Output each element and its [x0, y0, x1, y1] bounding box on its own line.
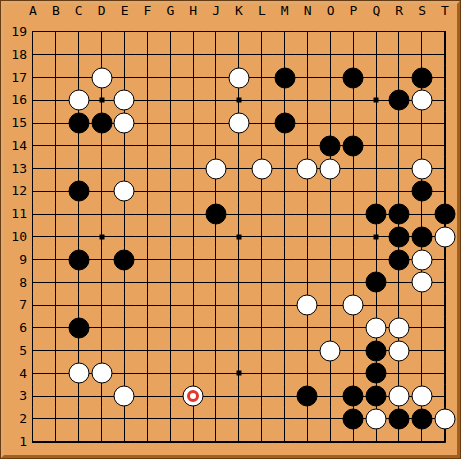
intersection-G4[interactable] — [159, 362, 182, 385]
intersection-D19[interactable] — [90, 21, 113, 44]
intersection-T11[interactable] — [433, 203, 456, 226]
intersection-O6[interactable] — [319, 317, 342, 340]
intersection-K5[interactable] — [227, 339, 250, 362]
intersection-H6[interactable] — [182, 317, 205, 340]
intersection-L5[interactable] — [250, 339, 273, 362]
intersection-J2[interactable] — [205, 408, 228, 431]
intersection-D5[interactable] — [90, 339, 113, 362]
intersection-F14[interactable] — [136, 134, 159, 157]
intersection-J8[interactable] — [205, 271, 228, 294]
intersection-B12[interactable] — [44, 180, 67, 203]
intersection-O5[interactable] — [319, 339, 342, 362]
intersection-C4[interactable] — [67, 362, 90, 385]
intersection-F6[interactable] — [136, 317, 159, 340]
intersection-P16[interactable] — [342, 89, 365, 112]
intersection-F19[interactable] — [136, 21, 159, 44]
intersection-P13[interactable] — [342, 157, 365, 180]
intersection-M10[interactable] — [273, 225, 296, 248]
intersection-R19[interactable] — [388, 21, 411, 44]
intersection-K6[interactable] — [227, 317, 250, 340]
intersection-B18[interactable] — [44, 43, 67, 66]
intersection-N11[interactable] — [296, 203, 319, 226]
intersection-B6[interactable] — [44, 317, 67, 340]
intersection-L8[interactable] — [250, 271, 273, 294]
intersection-L3[interactable] — [250, 385, 273, 408]
intersection-E4[interactable] — [113, 362, 136, 385]
intersection-C11[interactable] — [67, 203, 90, 226]
intersection-M12[interactable] — [273, 180, 296, 203]
intersection-S12[interactable] — [410, 180, 433, 203]
intersection-T12[interactable] — [433, 180, 456, 203]
intersection-L10[interactable] — [250, 225, 273, 248]
intersection-B10[interactable] — [44, 225, 67, 248]
intersection-R17[interactable] — [388, 66, 411, 89]
intersection-S6[interactable] — [410, 317, 433, 340]
intersection-F17[interactable] — [136, 66, 159, 89]
intersection-R7[interactable] — [388, 294, 411, 317]
intersection-R13[interactable] — [388, 157, 411, 180]
intersection-E9[interactable] — [113, 248, 136, 271]
intersection-N1[interactable] — [296, 430, 319, 453]
intersection-G11[interactable] — [159, 203, 182, 226]
intersection-J1[interactable] — [205, 430, 228, 453]
intersection-H17[interactable] — [182, 66, 205, 89]
intersection-M7[interactable] — [273, 294, 296, 317]
intersection-Q4[interactable] — [365, 362, 388, 385]
intersection-R14[interactable] — [388, 134, 411, 157]
intersection-C8[interactable] — [67, 271, 90, 294]
intersection-N7[interactable] — [296, 294, 319, 317]
intersection-D15[interactable] — [90, 112, 113, 135]
intersection-S18[interactable] — [410, 43, 433, 66]
intersection-J13[interactable] — [205, 157, 228, 180]
intersection-J3[interactable] — [205, 385, 228, 408]
intersection-G10[interactable] — [159, 225, 182, 248]
intersection-J17[interactable] — [205, 66, 228, 89]
intersection-P14[interactable] — [342, 134, 365, 157]
intersection-C19[interactable] — [67, 21, 90, 44]
intersection-B1[interactable] — [44, 430, 67, 453]
intersection-R2[interactable] — [388, 408, 411, 431]
intersection-J11[interactable] — [205, 203, 228, 226]
intersection-S7[interactable] — [410, 294, 433, 317]
intersection-C1[interactable] — [67, 430, 90, 453]
intersection-T7[interactable] — [433, 294, 456, 317]
intersection-P12[interactable] — [342, 180, 365, 203]
intersection-O12[interactable] — [319, 180, 342, 203]
intersection-Q6[interactable] — [365, 317, 388, 340]
intersection-K14[interactable] — [227, 134, 250, 157]
intersection-O11[interactable] — [319, 203, 342, 226]
intersection-C15[interactable] — [67, 112, 90, 135]
intersection-N6[interactable] — [296, 317, 319, 340]
intersection-S10[interactable] — [410, 225, 433, 248]
intersection-S3[interactable] — [410, 385, 433, 408]
intersection-L13[interactable] — [250, 157, 273, 180]
intersection-J7[interactable] — [205, 294, 228, 317]
intersection-E13[interactable] — [113, 157, 136, 180]
intersection-O8[interactable] — [319, 271, 342, 294]
intersection-J9[interactable] — [205, 248, 228, 271]
intersection-P4[interactable] — [342, 362, 365, 385]
intersection-D18[interactable] — [90, 43, 113, 66]
intersection-R9[interactable] — [388, 248, 411, 271]
intersection-K17[interactable] — [227, 66, 250, 89]
intersection-C13[interactable] — [67, 157, 90, 180]
intersection-N18[interactable] — [296, 43, 319, 66]
intersection-D10[interactable] — [90, 225, 113, 248]
intersection-B3[interactable] — [44, 385, 67, 408]
intersection-E2[interactable] — [113, 408, 136, 431]
intersection-P2[interactable] — [342, 408, 365, 431]
intersection-T5[interactable] — [433, 339, 456, 362]
intersection-B17[interactable] — [44, 66, 67, 89]
intersection-L18[interactable] — [250, 43, 273, 66]
intersection-O3[interactable] — [319, 385, 342, 408]
intersection-B2[interactable] — [44, 408, 67, 431]
intersection-H11[interactable] — [182, 203, 205, 226]
intersection-T10[interactable] — [433, 225, 456, 248]
intersection-D17[interactable] — [90, 66, 113, 89]
intersection-G12[interactable] — [159, 180, 182, 203]
intersection-S1[interactable] — [410, 430, 433, 453]
intersection-D1[interactable] — [90, 430, 113, 453]
intersection-G16[interactable] — [159, 89, 182, 112]
intersection-Q3[interactable] — [365, 385, 388, 408]
intersection-H5[interactable] — [182, 339, 205, 362]
intersection-L7[interactable] — [250, 294, 273, 317]
intersection-E1[interactable] — [113, 430, 136, 453]
intersection-R5[interactable] — [388, 339, 411, 362]
intersection-N15[interactable] — [296, 112, 319, 135]
intersection-B4[interactable] — [44, 362, 67, 385]
intersection-R4[interactable] — [388, 362, 411, 385]
intersection-O4[interactable] — [319, 362, 342, 385]
intersection-D7[interactable] — [90, 294, 113, 317]
intersection-M14[interactable] — [273, 134, 296, 157]
intersection-L2[interactable] — [250, 408, 273, 431]
intersection-D4[interactable] — [90, 362, 113, 385]
intersection-O16[interactable] — [319, 89, 342, 112]
intersection-S5[interactable] — [410, 339, 433, 362]
intersection-T19[interactable] — [433, 21, 456, 44]
intersection-D8[interactable] — [90, 271, 113, 294]
intersection-Q19[interactable] — [365, 21, 388, 44]
intersection-O1[interactable] — [319, 430, 342, 453]
intersection-P15[interactable] — [342, 112, 365, 135]
intersection-H13[interactable] — [182, 157, 205, 180]
intersection-Q9[interactable] — [365, 248, 388, 271]
intersection-P9[interactable] — [342, 248, 365, 271]
intersection-N13[interactable] — [296, 157, 319, 180]
intersection-K1[interactable] — [227, 430, 250, 453]
intersection-N9[interactable] — [296, 248, 319, 271]
intersection-P8[interactable] — [342, 271, 365, 294]
intersection-J6[interactable] — [205, 317, 228, 340]
intersection-C3[interactable] — [67, 385, 90, 408]
intersection-P19[interactable] — [342, 21, 365, 44]
intersection-G2[interactable] — [159, 408, 182, 431]
intersection-M1[interactable] — [273, 430, 296, 453]
intersection-E16[interactable] — [113, 89, 136, 112]
intersection-K18[interactable] — [227, 43, 250, 66]
intersection-S19[interactable] — [410, 21, 433, 44]
intersection-F10[interactable] — [136, 225, 159, 248]
intersection-D11[interactable] — [90, 203, 113, 226]
intersection-J10[interactable] — [205, 225, 228, 248]
intersection-F1[interactable] — [136, 430, 159, 453]
intersection-R10[interactable] — [388, 225, 411, 248]
intersection-O2[interactable] — [319, 408, 342, 431]
intersection-S4[interactable] — [410, 362, 433, 385]
intersection-L1[interactable] — [250, 430, 273, 453]
intersection-S9[interactable] — [410, 248, 433, 271]
intersection-L19[interactable] — [250, 21, 273, 44]
intersection-J12[interactable] — [205, 180, 228, 203]
intersection-M18[interactable] — [273, 43, 296, 66]
intersection-M3[interactable] — [273, 385, 296, 408]
intersection-N17[interactable] — [296, 66, 319, 89]
intersection-O17[interactable] — [319, 66, 342, 89]
intersection-E15[interactable] — [113, 112, 136, 135]
intersection-O19[interactable] — [319, 21, 342, 44]
intersection-K7[interactable] — [227, 294, 250, 317]
intersection-F2[interactable] — [136, 408, 159, 431]
intersection-K4[interactable] — [227, 362, 250, 385]
intersection-T9[interactable] — [433, 248, 456, 271]
intersection-T1[interactable] — [433, 430, 456, 453]
intersection-L14[interactable] — [250, 134, 273, 157]
intersection-G7[interactable] — [159, 294, 182, 317]
intersection-F5[interactable] — [136, 339, 159, 362]
intersection-G1[interactable] — [159, 430, 182, 453]
intersection-K12[interactable] — [227, 180, 250, 203]
intersection-M8[interactable] — [273, 271, 296, 294]
intersection-H12[interactable] — [182, 180, 205, 203]
intersection-E12[interactable] — [113, 180, 136, 203]
intersection-J15[interactable] — [205, 112, 228, 135]
intersection-H10[interactable] — [182, 225, 205, 248]
intersection-N12[interactable] — [296, 180, 319, 203]
intersection-G13[interactable] — [159, 157, 182, 180]
intersection-R16[interactable] — [388, 89, 411, 112]
intersection-E19[interactable] — [113, 21, 136, 44]
intersection-N14[interactable] — [296, 134, 319, 157]
intersection-J18[interactable] — [205, 43, 228, 66]
intersection-N5[interactable] — [296, 339, 319, 362]
intersection-J16[interactable] — [205, 89, 228, 112]
intersection-O13[interactable] — [319, 157, 342, 180]
intersection-L17[interactable] — [250, 66, 273, 89]
intersection-T13[interactable] — [433, 157, 456, 180]
intersection-B8[interactable] — [44, 271, 67, 294]
intersection-K10[interactable] — [227, 225, 250, 248]
intersection-N3[interactable] — [296, 385, 319, 408]
intersection-J4[interactable] — [205, 362, 228, 385]
intersection-O7[interactable] — [319, 294, 342, 317]
intersection-T15[interactable] — [433, 112, 456, 135]
intersection-B14[interactable] — [44, 134, 67, 157]
intersection-R1[interactable] — [388, 430, 411, 453]
intersection-M2[interactable] — [273, 408, 296, 431]
intersection-B15[interactable] — [44, 112, 67, 135]
intersection-L4[interactable] — [250, 362, 273, 385]
intersection-H2[interactable] — [182, 408, 205, 431]
intersection-D12[interactable] — [90, 180, 113, 203]
intersection-O18[interactable] — [319, 43, 342, 66]
intersection-N2[interactable] — [296, 408, 319, 431]
intersection-M15[interactable] — [273, 112, 296, 135]
intersection-Q14[interactable] — [365, 134, 388, 157]
intersection-H1[interactable] — [182, 430, 205, 453]
intersection-H16[interactable] — [182, 89, 205, 112]
intersection-N16[interactable] — [296, 89, 319, 112]
intersection-E6[interactable] — [113, 317, 136, 340]
intersection-M9[interactable] — [273, 248, 296, 271]
intersection-D2[interactable] — [90, 408, 113, 431]
intersection-F4[interactable] — [136, 362, 159, 385]
intersection-Q13[interactable] — [365, 157, 388, 180]
intersection-G14[interactable] — [159, 134, 182, 157]
intersection-F3[interactable] — [136, 385, 159, 408]
intersection-Q1[interactable] — [365, 430, 388, 453]
intersection-H19[interactable] — [182, 21, 205, 44]
intersection-B9[interactable] — [44, 248, 67, 271]
intersection-F18[interactable] — [136, 43, 159, 66]
intersection-T3[interactable] — [433, 385, 456, 408]
intersection-E11[interactable] — [113, 203, 136, 226]
intersection-M17[interactable] — [273, 66, 296, 89]
intersection-S15[interactable] — [410, 112, 433, 135]
intersection-H8[interactable] — [182, 271, 205, 294]
intersection-C10[interactable] — [67, 225, 90, 248]
intersection-M4[interactable] — [273, 362, 296, 385]
intersection-G19[interactable] — [159, 21, 182, 44]
intersection-R8[interactable] — [388, 271, 411, 294]
intersection-K9[interactable] — [227, 248, 250, 271]
intersection-G5[interactable] — [159, 339, 182, 362]
intersection-E14[interactable] — [113, 134, 136, 157]
intersection-R15[interactable] — [388, 112, 411, 135]
intersection-B5[interactable] — [44, 339, 67, 362]
intersection-E10[interactable] — [113, 225, 136, 248]
intersection-D3[interactable] — [90, 385, 113, 408]
intersection-G18[interactable] — [159, 43, 182, 66]
intersection-L15[interactable] — [250, 112, 273, 135]
intersection-J19[interactable] — [205, 21, 228, 44]
intersection-K3[interactable] — [227, 385, 250, 408]
intersection-F8[interactable] — [136, 271, 159, 294]
intersection-G6[interactable] — [159, 317, 182, 340]
intersection-N8[interactable] — [296, 271, 319, 294]
intersection-C2[interactable] — [67, 408, 90, 431]
intersection-P3[interactable] — [342, 385, 365, 408]
intersection-C6[interactable] — [67, 317, 90, 340]
intersection-P5[interactable] — [342, 339, 365, 362]
intersection-S17[interactable] — [410, 66, 433, 89]
intersection-G8[interactable] — [159, 271, 182, 294]
intersection-S2[interactable] — [410, 408, 433, 431]
intersection-D14[interactable] — [90, 134, 113, 157]
intersection-T14[interactable] — [433, 134, 456, 157]
intersection-E8[interactable] — [113, 271, 136, 294]
intersection-G17[interactable] — [159, 66, 182, 89]
intersection-T17[interactable] — [433, 66, 456, 89]
intersection-K15[interactable] — [227, 112, 250, 135]
intersection-S14[interactable] — [410, 134, 433, 157]
intersection-T8[interactable] — [433, 271, 456, 294]
intersection-T6[interactable] — [433, 317, 456, 340]
intersection-C5[interactable] — [67, 339, 90, 362]
intersection-K11[interactable] — [227, 203, 250, 226]
intersection-B19[interactable] — [44, 21, 67, 44]
intersection-C9[interactable] — [67, 248, 90, 271]
intersection-S13[interactable] — [410, 157, 433, 180]
intersection-H15[interactable] — [182, 112, 205, 135]
intersection-C12[interactable] — [67, 180, 90, 203]
intersection-F11[interactable] — [136, 203, 159, 226]
intersection-L16[interactable] — [250, 89, 273, 112]
intersection-Q10[interactable] — [365, 225, 388, 248]
intersection-R6[interactable] — [388, 317, 411, 340]
intersection-H18[interactable] — [182, 43, 205, 66]
intersection-C7[interactable] — [67, 294, 90, 317]
intersection-K8[interactable] — [227, 271, 250, 294]
intersection-Q12[interactable] — [365, 180, 388, 203]
intersection-K19[interactable] — [227, 21, 250, 44]
intersection-T18[interactable] — [433, 43, 456, 66]
intersection-Q18[interactable] — [365, 43, 388, 66]
intersection-M11[interactable] — [273, 203, 296, 226]
intersection-E17[interactable] — [113, 66, 136, 89]
intersection-F13[interactable] — [136, 157, 159, 180]
intersection-J5[interactable] — [205, 339, 228, 362]
intersection-C14[interactable] — [67, 134, 90, 157]
intersection-E5[interactable] — [113, 339, 136, 362]
intersection-D6[interactable] — [90, 317, 113, 340]
intersection-R12[interactable] — [388, 180, 411, 203]
intersection-P18[interactable] — [342, 43, 365, 66]
intersection-B16[interactable] — [44, 89, 67, 112]
intersection-N10[interactable] — [296, 225, 319, 248]
intersection-B7[interactable] — [44, 294, 67, 317]
intersection-T4[interactable] — [433, 362, 456, 385]
intersection-K16[interactable] — [227, 89, 250, 112]
intersection-F9[interactable] — [136, 248, 159, 271]
intersection-O14[interactable] — [319, 134, 342, 157]
intersection-E18[interactable] — [113, 43, 136, 66]
intersection-D13[interactable] — [90, 157, 113, 180]
intersection-L9[interactable] — [250, 248, 273, 271]
intersection-Q15[interactable] — [365, 112, 388, 135]
intersection-N19[interactable] — [296, 21, 319, 44]
intersection-M13[interactable] — [273, 157, 296, 180]
intersection-R11[interactable] — [388, 203, 411, 226]
intersection-R18[interactable] — [388, 43, 411, 66]
intersection-M16[interactable] — [273, 89, 296, 112]
intersection-E3[interactable] — [113, 385, 136, 408]
intersection-T16[interactable] — [433, 89, 456, 112]
intersection-M6[interactable] — [273, 317, 296, 340]
intersection-J14[interactable] — [205, 134, 228, 157]
intersection-K2[interactable] — [227, 408, 250, 431]
intersection-P6[interactable] — [342, 317, 365, 340]
intersection-Q8[interactable] — [365, 271, 388, 294]
intersection-C18[interactable] — [67, 43, 90, 66]
intersection-H7[interactable] — [182, 294, 205, 317]
intersection-Q16[interactable] — [365, 89, 388, 112]
intersection-C16[interactable] — [67, 89, 90, 112]
